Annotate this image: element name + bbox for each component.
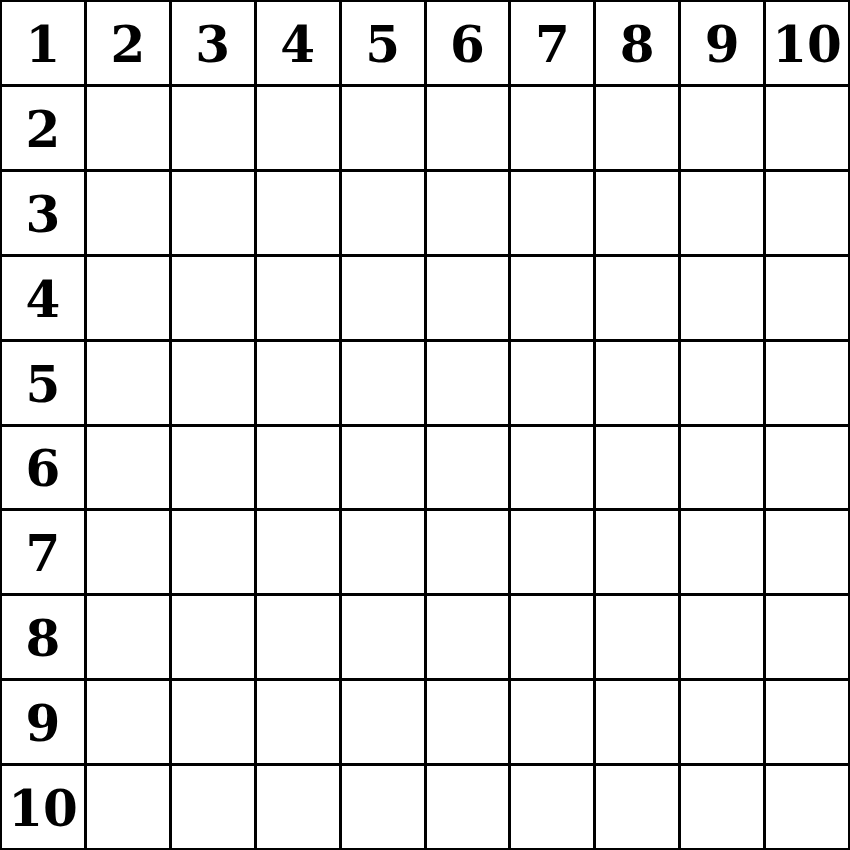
grid-cell-r6-c4 <box>257 427 339 509</box>
grid-cell-r9-c10 <box>766 681 848 763</box>
header-cell-col-8: 8 <box>596 2 678 84</box>
grid-cell-r8-c6 <box>427 596 509 678</box>
grid-cell-r4-c4 <box>257 257 339 339</box>
grid-cell-r5-c2 <box>87 342 169 424</box>
header-cell-row-8: 8 <box>2 596 84 678</box>
header-cell-col-9: 9 <box>681 2 763 84</box>
header-cell-row-6: 6 <box>2 427 84 509</box>
grid-cell-r4-c10 <box>766 257 848 339</box>
grid-cell-r7-c3 <box>172 511 254 593</box>
grid-cell-r9-c9 <box>681 681 763 763</box>
header-cell-col-10: 10 <box>766 2 848 84</box>
grid-cell-r4-c8 <box>596 257 678 339</box>
header-cell-col-5: 5 <box>342 2 424 84</box>
grid-cell-r9-c3 <box>172 681 254 763</box>
grid-cell-r10-c10 <box>766 766 848 848</box>
grid-cell-r8-c3 <box>172 596 254 678</box>
grid-cell-r3-c4 <box>257 172 339 254</box>
header-cell-col-6: 6 <box>427 2 509 84</box>
grid-cell-r6-c3 <box>172 427 254 509</box>
grid-cell-r2-c6 <box>427 87 509 169</box>
grid-cell-r10-c6 <box>427 766 509 848</box>
grid-cell-r8-c2 <box>87 596 169 678</box>
grid-cell-r3-c2 <box>87 172 169 254</box>
header-cell-row-4: 4 <box>2 257 84 339</box>
grid-cell-r10-c4 <box>257 766 339 848</box>
grid-cell-r7-c7 <box>511 511 593 593</box>
header-cell-row-10: 10 <box>2 766 84 848</box>
grid-cell-r10-c9 <box>681 766 763 848</box>
grid-cell-r5-c7 <box>511 342 593 424</box>
grid-cell-r7-c10 <box>766 511 848 593</box>
grid-cell-r6-c6 <box>427 427 509 509</box>
grid-cell-r6-c8 <box>596 427 678 509</box>
grid-cell-r5-c9 <box>681 342 763 424</box>
header-cell-col-3: 3 <box>172 2 254 84</box>
grid-cell-r8-c5 <box>342 596 424 678</box>
grid-cell-r4-c7 <box>511 257 593 339</box>
header-cell-row-9: 9 <box>2 681 84 763</box>
grid-cell-r2-c5 <box>342 87 424 169</box>
grid-cell-r3-c9 <box>681 172 763 254</box>
grid-cell-r2-c2 <box>87 87 169 169</box>
grid-cell-r9-c2 <box>87 681 169 763</box>
grid-cell-r8-c9 <box>681 596 763 678</box>
grid-cell-r9-c8 <box>596 681 678 763</box>
grid-cell-r7-c4 <box>257 511 339 593</box>
grid-cell-r10-c8 <box>596 766 678 848</box>
grid-cell-r7-c9 <box>681 511 763 593</box>
grid-cell-r3-c3 <box>172 172 254 254</box>
grid-cell-r4-c3 <box>172 257 254 339</box>
multiplication-grid: 123456789102345678910 <box>0 0 850 850</box>
grid-cell-r7-c8 <box>596 511 678 593</box>
grid-cell-r6-c5 <box>342 427 424 509</box>
grid-cell-r6-c9 <box>681 427 763 509</box>
grid-cell-r6-c10 <box>766 427 848 509</box>
grid-cell-r6-c7 <box>511 427 593 509</box>
grid-cell-r7-c2 <box>87 511 169 593</box>
header-cell-col-4: 4 <box>257 2 339 84</box>
grid-cell-r2-c10 <box>766 87 848 169</box>
grid-cell-r5-c3 <box>172 342 254 424</box>
grid-cell-r9-c5 <box>342 681 424 763</box>
grid-cell-r2-c3 <box>172 87 254 169</box>
grid-cell-r8-c10 <box>766 596 848 678</box>
header-cell-row-5: 5 <box>2 342 84 424</box>
grid-cell-r7-c6 <box>427 511 509 593</box>
grid-cell-r8-c4 <box>257 596 339 678</box>
grid-cell-r4-c9 <box>681 257 763 339</box>
grid-cell-r3-c6 <box>427 172 509 254</box>
header-cell-col-7: 7 <box>511 2 593 84</box>
grid-cell-r10-c2 <box>87 766 169 848</box>
grid-cell-r7-c5 <box>342 511 424 593</box>
grid-cell-r4-c5 <box>342 257 424 339</box>
grid-cell-r4-c2 <box>87 257 169 339</box>
grid-cell-r5-c4 <box>257 342 339 424</box>
grid-cell-r9-c4 <box>257 681 339 763</box>
grid-cell-r2-c9 <box>681 87 763 169</box>
grid-cell-r3-c5 <box>342 172 424 254</box>
header-cell-row-2: 2 <box>2 87 84 169</box>
grid-cell-r8-c7 <box>511 596 593 678</box>
grid-cell-r6-c2 <box>87 427 169 509</box>
grid-cell-r8-c8 <box>596 596 678 678</box>
grid-cell-r5-c8 <box>596 342 678 424</box>
grid-cell-r5-c5 <box>342 342 424 424</box>
grid-cell-r2-c7 <box>511 87 593 169</box>
grid-cell-r9-c7 <box>511 681 593 763</box>
grid-cell-r3-c7 <box>511 172 593 254</box>
grid-cell-r10-c3 <box>172 766 254 848</box>
grid-cell-r2-c8 <box>596 87 678 169</box>
grid-cell-r3-c10 <box>766 172 848 254</box>
grid-cell-r9-c6 <box>427 681 509 763</box>
grid-cell-r2-c4 <box>257 87 339 169</box>
grid-cell-r3-c8 <box>596 172 678 254</box>
grid-cell-r4-c6 <box>427 257 509 339</box>
header-cell-col-1: 1 <box>2 2 84 84</box>
header-cell-row-3: 3 <box>2 172 84 254</box>
header-cell-row-7: 7 <box>2 511 84 593</box>
grid-cell-r5-c10 <box>766 342 848 424</box>
grid-cell-r10-c5 <box>342 766 424 848</box>
header-cell-col-2: 2 <box>87 2 169 84</box>
grid-cell-r10-c7 <box>511 766 593 848</box>
grid-cell-r5-c6 <box>427 342 509 424</box>
